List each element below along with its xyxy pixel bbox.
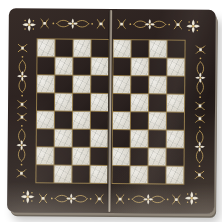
- square-e8: [113, 40, 130, 57]
- square-h4: [167, 112, 184, 129]
- square-e3: [113, 130, 130, 147]
- inlay-scroll-band-icon: [13, 112, 30, 178]
- square-h1: [166, 166, 183, 183]
- square-b6: [55, 76, 72, 93]
- square-c6: [73, 76, 90, 93]
- square-g4: [149, 112, 166, 129]
- square-d5: [91, 94, 108, 111]
- inlay-scroll-band-icon: [14, 43, 31, 109]
- board-right-half: [111, 39, 185, 185]
- square-g8: [149, 40, 166, 57]
- square-c5: [73, 94, 90, 111]
- square-f5: [131, 94, 148, 111]
- square-g6: [149, 76, 166, 93]
- square-b3: [55, 130, 72, 147]
- photo-background: [0, 0, 222, 222]
- square-b5: [55, 94, 72, 111]
- square-e5: [113, 94, 130, 111]
- square-d8: [91, 40, 108, 57]
- square-b7: [55, 58, 72, 75]
- square-b1: [54, 166, 71, 183]
- board-left-half: [35, 38, 109, 184]
- square-f3: [131, 130, 148, 147]
- square-e2: [113, 148, 130, 165]
- square-f1: [130, 166, 147, 183]
- square-h5: [167, 94, 184, 111]
- corner-flower-icon: [19, 188, 36, 205]
- square-c4: [73, 112, 90, 129]
- square-a3: [37, 129, 54, 146]
- square-a8: [37, 39, 54, 56]
- square-d3: [91, 130, 108, 147]
- chess-board: [7, 8, 216, 214]
- inlay-scroll-band-icon: [38, 190, 104, 207]
- square-d7: [91, 58, 108, 75]
- square-f4: [131, 112, 148, 129]
- square-e4: [113, 112, 130, 129]
- square-g3: [149, 130, 166, 147]
- square-h3: [167, 130, 184, 147]
- square-f7: [131, 58, 148, 75]
- square-h8: [167, 40, 184, 57]
- inlay-scroll-band-icon: [191, 114, 208, 180]
- square-h6: [167, 76, 184, 93]
- square-c3: [73, 130, 90, 147]
- square-a5: [37, 93, 54, 110]
- corner-flower-icon: [21, 16, 38, 33]
- square-c8: [73, 40, 90, 57]
- square-c7: [73, 58, 90, 75]
- square-h7: [167, 58, 184, 75]
- square-g2: [149, 148, 166, 165]
- square-g7: [149, 58, 166, 75]
- square-a2: [37, 147, 54, 164]
- square-c2: [73, 148, 90, 165]
- square-b4: [55, 112, 72, 129]
- corner-flower-icon: [183, 190, 200, 207]
- square-d2: [91, 148, 108, 165]
- square-c1: [72, 166, 89, 183]
- square-a1: [36, 165, 53, 182]
- square-d1: [90, 166, 107, 183]
- inlay-scroll-band-icon: [115, 191, 181, 208]
- inlay-scroll-band-icon: [40, 15, 106, 32]
- square-e1: [112, 166, 129, 183]
- inlay-scroll-band-icon: [192, 45, 209, 111]
- square-g5: [149, 94, 166, 111]
- square-a7: [37, 57, 54, 74]
- square-g1: [148, 166, 165, 183]
- square-a4: [37, 111, 54, 128]
- square-a6: [37, 75, 54, 92]
- square-e6: [113, 76, 130, 93]
- corner-flower-icon: [185, 18, 202, 35]
- square-h2: [167, 148, 184, 165]
- square-f8: [131, 40, 148, 57]
- inlay-scroll-band-icon: [117, 16, 183, 33]
- square-d6: [91, 76, 108, 93]
- square-d4: [91, 112, 108, 129]
- square-b2: [55, 148, 72, 165]
- square-f6: [131, 76, 148, 93]
- square-b8: [55, 40, 72, 57]
- square-e7: [113, 58, 130, 75]
- square-f2: [131, 148, 148, 165]
